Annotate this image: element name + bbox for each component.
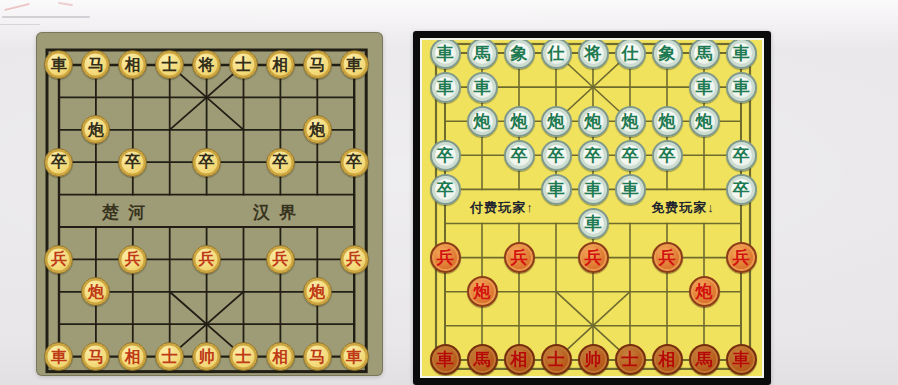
piece-black-cannon: 炮 — [303, 115, 332, 144]
left-xiangqi-board: 車马相士将士相马車炮炮卒卒卒卒卒兵兵兵兵兵炮炮車马相士帅士相马車 楚河 汉界 — [36, 32, 383, 376]
piece-green-chariot: 車 — [615, 174, 646, 205]
piece-red-soldier: 兵 — [266, 245, 295, 274]
piece-green-chariot: 車 — [578, 174, 609, 205]
piece-green-horse: 馬 — [467, 38, 498, 69]
piece-green-chariot: 車 — [541, 174, 572, 205]
piece-red-cannon: 炮 — [303, 277, 332, 306]
right-board-label-paying-player: 付费玩家↑ — [470, 199, 534, 217]
piece-red-soldier: 兵 — [430, 242, 461, 273]
piece-red-chariot: 車 — [430, 344, 461, 375]
piece-black-soldier: 卒 — [266, 148, 295, 177]
piece-red-soldier: 兵 — [504, 242, 535, 273]
piece-red-chariot: 車 — [340, 342, 369, 371]
piece-black-chariot: 車 — [340, 50, 369, 79]
piece-red-soldier: 兵 — [192, 245, 221, 274]
piece-green-soldier: 卒 — [615, 140, 646, 171]
piece-black-chariot: 車 — [44, 50, 73, 79]
piece-green-cannon: 炮 — [689, 106, 720, 137]
piece-red-general: 帅 — [578, 344, 609, 375]
piece-red-soldier: 兵 — [726, 242, 757, 273]
piece-red-horse: 马 — [303, 342, 332, 371]
piece-green-elephant: 象 — [504, 38, 535, 69]
piece-green-chariot: 車 — [578, 208, 609, 239]
piece-green-soldier: 卒 — [726, 174, 757, 205]
piece-green-chariot: 車 — [726, 38, 757, 69]
piece-green-advisor: 仕 — [541, 38, 572, 69]
piece-green-general: 将 — [578, 38, 609, 69]
piece-red-soldier: 兵 — [44, 245, 73, 274]
piece-green-horse: 馬 — [689, 38, 720, 69]
piece-black-general: 将 — [192, 50, 221, 79]
piece-green-chariot: 車 — [430, 72, 461, 103]
piece-red-elephant: 相 — [118, 342, 147, 371]
left-board-river-label-chu-river: 楚河 — [102, 201, 154, 224]
right-xiangqi-board: 車馬象仕将仕象馬車車車車車炮炮炮炮炮炮炮卒卒卒卒卒卒卒卒車車車卒車兵兵兵兵兵炮炮… — [413, 31, 771, 385]
piece-green-chariot: 車 — [689, 72, 720, 103]
piece-green-soldier: 卒 — [541, 140, 572, 171]
piece-red-advisor: 士 — [229, 342, 258, 371]
piece-black-soldier: 卒 — [118, 148, 147, 177]
piece-black-horse: 马 — [81, 50, 110, 79]
piece-green-soldier: 卒 — [430, 140, 461, 171]
piece-red-soldier: 兵 — [118, 245, 147, 274]
piece-red-cannon: 炮 — [467, 276, 498, 307]
piece-red-soldier: 兵 — [340, 245, 369, 274]
pen-mark — [4, 3, 30, 11]
piece-black-soldier: 卒 — [340, 148, 369, 177]
piece-red-elephant: 相 — [652, 344, 683, 375]
piece-green-soldier: 卒 — [578, 140, 609, 171]
piece-green-soldier: 卒 — [504, 140, 535, 171]
piece-red-advisor: 士 — [155, 342, 184, 371]
piece-green-cannon: 炮 — [578, 106, 609, 137]
piece-red-chariot: 車 — [726, 344, 757, 375]
piece-green-advisor: 仕 — [615, 38, 646, 69]
piece-green-cannon: 炮 — [467, 106, 498, 137]
piece-black-elephant: 相 — [266, 50, 295, 79]
piece-red-elephant: 相 — [504, 344, 535, 375]
piece-green-chariot: 車 — [467, 72, 498, 103]
piece-green-chariot: 車 — [430, 38, 461, 69]
piece-black-advisor: 士 — [229, 50, 258, 79]
piece-green-cannon: 炮 — [652, 106, 683, 137]
piece-black-advisor: 士 — [155, 50, 184, 79]
piece-red-horse: 马 — [81, 342, 110, 371]
piece-black-cannon: 炮 — [81, 115, 110, 144]
right-board-label-free-player: 免费玩家↓ — [651, 199, 715, 217]
pen-mark — [0, 24, 40, 25]
piece-black-horse: 马 — [303, 50, 332, 79]
pen-mark — [58, 2, 73, 6]
piece-red-advisor: 士 — [615, 344, 646, 375]
piece-red-general: 帅 — [192, 342, 221, 371]
piece-red-soldier: 兵 — [652, 242, 683, 273]
piece-green-chariot: 車 — [726, 72, 757, 103]
piece-red-horse: 馬 — [689, 344, 720, 375]
piece-black-soldier: 卒 — [192, 148, 221, 177]
piece-red-chariot: 車 — [44, 342, 73, 371]
piece-red-horse: 馬 — [467, 344, 498, 375]
piece-red-cannon: 炮 — [689, 276, 720, 307]
piece-red-soldier: 兵 — [578, 242, 609, 273]
piece-green-soldier: 卒 — [652, 140, 683, 171]
piece-black-soldier: 卒 — [44, 148, 73, 177]
piece-red-advisor: 士 — [541, 344, 572, 375]
piece-red-elephant: 相 — [266, 342, 295, 371]
right-board-surface: 車馬象仕将仕象馬車車車車車炮炮炮炮炮炮炮卒卒卒卒卒卒卒卒車車車卒車兵兵兵兵兵炮炮… — [420, 38, 764, 378]
left-board-grid-lines — [36, 32, 383, 376]
piece-green-cannon: 炮 — [615, 106, 646, 137]
piece-green-elephant: 象 — [652, 38, 683, 69]
piece-black-elephant: 相 — [118, 50, 147, 79]
piece-red-cannon: 炮 — [81, 277, 110, 306]
piece-green-cannon: 炮 — [541, 106, 572, 137]
left-board-river-label-han-border: 汉界 — [253, 201, 305, 224]
pen-mark — [2, 16, 90, 18]
piece-green-soldier: 卒 — [726, 140, 757, 171]
piece-green-soldier: 卒 — [430, 174, 461, 205]
piece-green-cannon: 炮 — [504, 106, 535, 137]
screenshot-root: 車马相士将士相马車炮炮卒卒卒卒卒兵兵兵兵兵炮炮車马相士帅士相马車 楚河 汉界 車… — [0, 0, 898, 385]
left-board-pieces: 車马相士将士相马車炮炮卒卒卒卒卒兵兵兵兵兵炮炮車马相士帅士相马車 — [41, 49, 373, 373]
